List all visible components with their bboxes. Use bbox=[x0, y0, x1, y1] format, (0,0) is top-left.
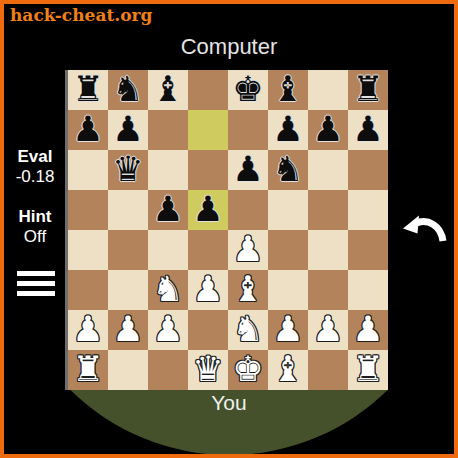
square-h8[interactable]: ♜ bbox=[348, 70, 388, 110]
square-h4[interactable] bbox=[348, 230, 388, 270]
square-b8[interactable]: ♞ bbox=[108, 70, 148, 110]
black-pawn-h7: ♟ bbox=[352, 109, 383, 149]
chess-board[interactable]: ♜♞♝♚♝♜♟♟♟♟♟♛♟♞♟♟♟♞♟♝♟♟♟♞♟♟♟♜♛♚♝♜ bbox=[65, 70, 388, 390]
square-f8[interactable]: ♝ bbox=[268, 70, 308, 110]
black-king-e8: ♚ bbox=[232, 69, 263, 109]
black-knight-f6: ♞ bbox=[272, 149, 303, 189]
eval-value: -0.18 bbox=[4, 167, 66, 187]
white-pawn-a2: ♟ bbox=[72, 309, 103, 349]
black-pawn-a7: ♟ bbox=[72, 109, 103, 149]
square-h3[interactable] bbox=[348, 270, 388, 310]
black-queen-b6: ♛ bbox=[112, 149, 143, 189]
square-f2[interactable]: ♟ bbox=[268, 310, 308, 350]
white-pawn-d3: ♟ bbox=[192, 269, 223, 309]
black-pawn-g7: ♟ bbox=[312, 109, 343, 149]
square-f7[interactable]: ♟ bbox=[268, 110, 308, 150]
black-bishop-f8: ♝ bbox=[272, 69, 303, 109]
square-g4[interactable] bbox=[308, 230, 348, 270]
square-e5[interactable] bbox=[228, 190, 268, 230]
square-b2[interactable]: ♟ bbox=[108, 310, 148, 350]
hint-label[interactable]: Hint bbox=[4, 207, 66, 227]
square-f6[interactable]: ♞ bbox=[268, 150, 308, 190]
square-c2[interactable]: ♟ bbox=[148, 310, 188, 350]
square-a1[interactable]: ♜ bbox=[68, 350, 108, 390]
square-d7[interactable] bbox=[188, 110, 228, 150]
square-a2[interactable]: ♟ bbox=[68, 310, 108, 350]
white-rook-a1: ♜ bbox=[72, 349, 103, 389]
square-e8[interactable]: ♚ bbox=[228, 70, 268, 110]
white-pawn-e4: ♟ bbox=[232, 229, 263, 269]
white-pawn-b2: ♟ bbox=[112, 309, 143, 349]
eval-label: Eval bbox=[4, 147, 66, 167]
white-bishop-e3: ♝ bbox=[232, 269, 263, 309]
white-rook-h1: ♜ bbox=[352, 349, 383, 389]
square-b4[interactable] bbox=[108, 230, 148, 270]
black-rook-a8: ♜ bbox=[72, 69, 103, 109]
square-e4[interactable]: ♟ bbox=[228, 230, 268, 270]
square-c8[interactable]: ♝ bbox=[148, 70, 188, 110]
square-h1[interactable]: ♜ bbox=[348, 350, 388, 390]
square-g8[interactable] bbox=[308, 70, 348, 110]
square-e6[interactable]: ♟ bbox=[228, 150, 268, 190]
square-e7[interactable] bbox=[228, 110, 268, 150]
square-e1[interactable]: ♚ bbox=[228, 350, 268, 390]
square-f3[interactable] bbox=[268, 270, 308, 310]
square-d3[interactable]: ♟ bbox=[188, 270, 228, 310]
square-d5[interactable]: ♟ bbox=[188, 190, 228, 230]
white-pawn-c2: ♟ bbox=[152, 309, 183, 349]
square-h2[interactable]: ♟ bbox=[348, 310, 388, 350]
square-g1[interactable] bbox=[308, 350, 348, 390]
menu-bar bbox=[17, 291, 55, 296]
square-g2[interactable]: ♟ bbox=[308, 310, 348, 350]
square-f5[interactable] bbox=[268, 190, 308, 230]
watch-screen: Computer ♜♞♝♚♝♜♟♟♟♟♟♛♟♞♟♟♟♞♟♝♟♟♟♞♟♟♟♜♛♚♝… bbox=[0, 0, 458, 458]
watermark-text: hack-cheat.org bbox=[10, 5, 152, 25]
white-king-e1: ♚ bbox=[232, 349, 263, 389]
square-g6[interactable] bbox=[308, 150, 348, 190]
white-bishop-f1: ♝ bbox=[272, 349, 303, 389]
white-pawn-f2: ♟ bbox=[272, 309, 303, 349]
menu-bar bbox=[17, 271, 55, 276]
black-bishop-c8: ♝ bbox=[152, 69, 183, 109]
undo-arrow-icon[interactable] bbox=[401, 211, 447, 249]
square-c3[interactable]: ♞ bbox=[148, 270, 188, 310]
square-d6[interactable] bbox=[188, 150, 228, 190]
square-c7[interactable] bbox=[148, 110, 188, 150]
hamburger-menu-icon[interactable] bbox=[17, 271, 55, 296]
square-a8[interactable]: ♜ bbox=[68, 70, 108, 110]
square-d2[interactable] bbox=[188, 310, 228, 350]
white-knight-c3: ♞ bbox=[152, 269, 183, 309]
square-h6[interactable] bbox=[348, 150, 388, 190]
square-g5[interactable] bbox=[308, 190, 348, 230]
square-e2[interactable]: ♞ bbox=[228, 310, 268, 350]
square-b1[interactable] bbox=[108, 350, 148, 390]
menu-bar bbox=[17, 281, 55, 286]
black-pawn-d5: ♟ bbox=[192, 189, 223, 229]
black-pawn-f7: ♟ bbox=[272, 109, 303, 149]
square-g7[interactable]: ♟ bbox=[308, 110, 348, 150]
black-pawn-e6: ♟ bbox=[232, 149, 263, 189]
opponent-label: Computer bbox=[0, 34, 458, 60]
player-label: You bbox=[0, 391, 458, 415]
black-pawn-b7: ♟ bbox=[112, 109, 143, 149]
square-d8[interactable] bbox=[188, 70, 228, 110]
square-b3[interactable] bbox=[108, 270, 148, 310]
square-b7[interactable]: ♟ bbox=[108, 110, 148, 150]
square-a7[interactable]: ♟ bbox=[68, 110, 108, 150]
square-c4[interactable] bbox=[148, 230, 188, 270]
white-pawn-g2: ♟ bbox=[312, 309, 343, 349]
square-g3[interactable] bbox=[308, 270, 348, 310]
square-d1[interactable]: ♛ bbox=[188, 350, 228, 390]
square-b5[interactable] bbox=[108, 190, 148, 230]
square-f1[interactable]: ♝ bbox=[268, 350, 308, 390]
white-queen-d1: ♛ bbox=[192, 349, 223, 389]
black-rook-h8: ♜ bbox=[352, 69, 383, 109]
square-c6[interactable] bbox=[148, 150, 188, 190]
square-e3[interactable]: ♝ bbox=[228, 270, 268, 310]
square-a6[interactable] bbox=[68, 150, 108, 190]
square-a3[interactable] bbox=[68, 270, 108, 310]
square-c1[interactable] bbox=[148, 350, 188, 390]
hint-toggle-value[interactable]: Off bbox=[4, 227, 66, 247]
black-pawn-c5: ♟ bbox=[152, 189, 183, 229]
white-pawn-h2: ♟ bbox=[352, 309, 383, 349]
white-knight-e2: ♞ bbox=[232, 309, 263, 349]
square-d4[interactable] bbox=[188, 230, 228, 270]
square-h7[interactable]: ♟ bbox=[348, 110, 388, 150]
square-a4[interactable] bbox=[68, 230, 108, 270]
black-knight-b8: ♞ bbox=[112, 69, 143, 109]
square-c5[interactable]: ♟ bbox=[148, 190, 188, 230]
square-f4[interactable] bbox=[268, 230, 308, 270]
square-h5[interactable] bbox=[348, 190, 388, 230]
square-a5[interactable] bbox=[68, 190, 108, 230]
square-b6[interactable]: ♛ bbox=[108, 150, 148, 190]
